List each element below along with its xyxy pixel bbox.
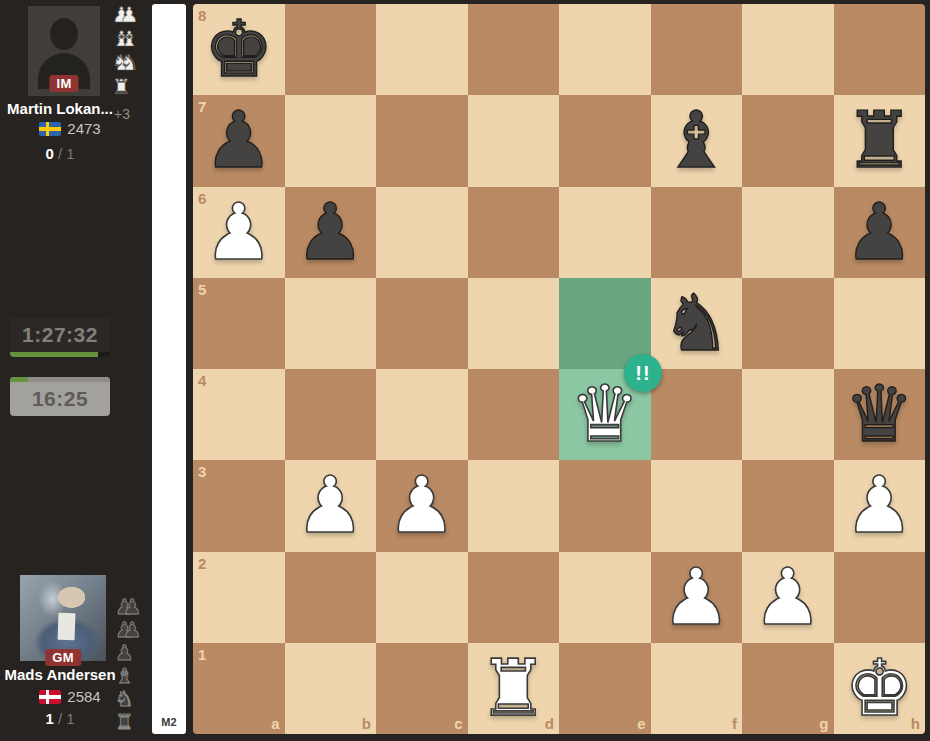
square-e6[interactable]	[559, 187, 651, 278]
rank-label-4: 4	[198, 372, 206, 389]
piece-black-king[interactable]: ♚	[204, 4, 274, 95]
square-d4[interactable]	[468, 369, 560, 460]
piece-black-pawn[interactable]: ♟	[844, 187, 914, 278]
square-c5[interactable]	[376, 278, 468, 369]
square-d5[interactable]	[468, 278, 560, 369]
captured-white-bishop-icon: ♝	[120, 28, 139, 50]
square-g8[interactable]	[742, 4, 834, 95]
piece-black-pawn[interactable]: ♟	[204, 95, 274, 186]
square-h2[interactable]	[834, 552, 926, 643]
square-g3[interactable]	[742, 460, 834, 551]
square-h6[interactable]: ♟	[834, 187, 926, 278]
square-f2[interactable]: ♟	[651, 552, 743, 643]
clock-white-time: 16:25	[10, 382, 110, 415]
square-a2[interactable]: 2	[193, 552, 285, 643]
file-label-a: a	[271, 715, 279, 732]
square-g6[interactable]	[742, 187, 834, 278]
piece-white-king[interactable]: ♚	[844, 643, 914, 734]
square-f3[interactable]	[651, 460, 743, 551]
piece-black-pawn[interactable]: ♟	[295, 187, 365, 278]
captured-group: ♜	[112, 76, 139, 98]
file-label-f: f	[732, 715, 737, 732]
square-f1[interactable]: f	[651, 643, 743, 734]
captured-group: ♟♟	[115, 619, 142, 641]
square-f4[interactable]	[651, 369, 743, 460]
player-bottom-rating-row: 2584	[0, 688, 140, 705]
player-top-name[interactable]: Martin Lokan...	[0, 100, 120, 117]
player-top-rating: 2473	[67, 120, 100, 137]
square-h4[interactable]: ♛	[834, 369, 926, 460]
square-a7[interactable]: 7♟	[193, 95, 285, 186]
player-bottom-title-badge: GM	[45, 649, 81, 666]
square-g5[interactable]	[742, 278, 834, 369]
clock-white: 16:25	[10, 377, 110, 416]
square-c8[interactable]	[376, 4, 468, 95]
piece-white-pawn[interactable]: ♟	[844, 460, 914, 551]
captured-black-pawn-icon: ♟	[115, 642, 134, 664]
square-c3[interactable]: ♟	[376, 460, 468, 551]
piece-white-pawn[interactable]: ♟	[753, 552, 823, 643]
square-d8[interactable]	[468, 4, 560, 95]
captured-group: ♝♝	[112, 28, 139, 50]
captured-black-pawn-icon: ♟	[123, 619, 142, 641]
captured-white-pawn-icon: ♟	[120, 4, 139, 26]
sidebar: IM ♟♟♝♝♞♞♜+3 Martin Lokan... 2473 0 / 1 …	[0, 0, 152, 741]
piece-white-rook[interactable]: ♜	[478, 643, 548, 734]
file-label-e: e	[637, 715, 645, 732]
square-h8[interactable]	[834, 4, 926, 95]
square-h7[interactable]: ♜	[834, 95, 926, 186]
square-c2[interactable]	[376, 552, 468, 643]
player-top-score: 0 / 1	[0, 145, 120, 162]
player-top-title-badge: IM	[49, 75, 78, 92]
square-e8[interactable]	[559, 4, 651, 95]
file-label-g: g	[819, 715, 828, 732]
square-e2[interactable]	[559, 552, 651, 643]
square-e7[interactable]	[559, 95, 651, 186]
player-bottom-avatar[interactable]: GM	[20, 575, 106, 661]
rank-label-5: 5	[198, 281, 206, 298]
flag-denmark-icon	[39, 690, 61, 704]
square-h1[interactable]: h♚	[834, 643, 926, 734]
piece-white-pawn[interactable]: ♟	[661, 552, 731, 643]
captured-black-pawn-icon: ♟	[123, 596, 142, 618]
square-d2[interactable]	[468, 552, 560, 643]
piece-black-bishop[interactable]: ♝	[661, 95, 731, 186]
chess-board: !! 8♚7♟♝♜6♟♟♟5♞4♛♛3♟♟♟2♟♟1abcd♜efgh♚	[193, 4, 925, 734]
captured-group: ♞♞	[112, 52, 139, 74]
square-b6[interactable]: ♟	[285, 187, 377, 278]
square-c7[interactable]	[376, 95, 468, 186]
square-b1[interactable]: b	[285, 643, 377, 734]
square-g1[interactable]: g	[742, 643, 834, 734]
square-b7[interactable]	[285, 95, 377, 186]
square-h3[interactable]: ♟	[834, 460, 926, 551]
square-a8[interactable]: 8♚	[193, 4, 285, 95]
square-b8[interactable]	[285, 4, 377, 95]
square-f7[interactable]: ♝	[651, 95, 743, 186]
captured-white-rook-icon: ♜	[112, 76, 131, 98]
eval-bar: M2	[152, 4, 186, 734]
brilliant-move-badge: !!	[624, 354, 662, 392]
square-a3[interactable]: 3	[193, 460, 285, 551]
eval-label: M2	[161, 716, 176, 728]
clock-black: 1:27:32	[10, 318, 110, 357]
player-top-avatar[interactable]: IM	[28, 6, 100, 96]
square-b3[interactable]: ♟	[285, 460, 377, 551]
square-b2[interactable]	[285, 552, 377, 643]
piece-black-queen[interactable]: ♛	[844, 369, 914, 460]
piece-black-knight[interactable]: ♞	[661, 278, 731, 369]
player-top-rating-row: 2473	[0, 120, 140, 137]
square-d6[interactable]	[468, 187, 560, 278]
clock-black-time: 1:27:32	[10, 318, 110, 352]
player-bottom-name[interactable]: Mads Andersen	[0, 666, 120, 683]
square-c6[interactable]	[376, 187, 468, 278]
player-bottom-score: 1 / 1	[0, 710, 120, 727]
square-d7[interactable]	[468, 95, 560, 186]
square-a5[interactable]: 5	[193, 278, 285, 369]
player-bottom-rating: 2584	[67, 688, 100, 705]
piece-black-rook[interactable]: ♜	[844, 95, 914, 186]
square-c4[interactable]	[376, 369, 468, 460]
square-b5[interactable]	[285, 278, 377, 369]
square-d3[interactable]	[468, 460, 560, 551]
flag-sweden-icon	[39, 122, 61, 136]
square-d1[interactable]: d♜	[468, 643, 560, 734]
square-f6[interactable]	[651, 187, 743, 278]
square-c1[interactable]: c	[376, 643, 468, 734]
square-f5[interactable]: ♞	[651, 278, 743, 369]
square-h5[interactable]	[834, 278, 926, 369]
rank-label-2: 2	[198, 555, 206, 572]
captured-group: ♟	[115, 642, 142, 664]
square-g4[interactable]	[742, 369, 834, 460]
piece-white-pawn[interactable]: ♟	[387, 460, 457, 551]
captured-group: ♟♟	[112, 4, 139, 26]
rank-label-1: 1	[198, 646, 206, 663]
square-a4[interactable]: 4	[193, 369, 285, 460]
file-label-c: c	[454, 715, 462, 732]
square-b4[interactable]	[285, 369, 377, 460]
square-f8[interactable]	[651, 4, 743, 95]
piece-white-pawn[interactable]: ♟	[204, 187, 274, 278]
captured-white-knight-icon: ♞	[120, 52, 139, 74]
file-label-b: b	[362, 715, 371, 732]
square-g2[interactable]: ♟	[742, 552, 834, 643]
square-a6[interactable]: 6♟	[193, 187, 285, 278]
square-a1[interactable]: 1a	[193, 643, 285, 734]
square-e1[interactable]: e	[559, 643, 651, 734]
piece-white-pawn[interactable]: ♟	[295, 460, 365, 551]
rank-label-3: 3	[198, 463, 206, 480]
square-e3[interactable]	[559, 460, 651, 551]
captured-group: ♟♟	[115, 596, 142, 618]
square-g7[interactable]	[742, 95, 834, 186]
